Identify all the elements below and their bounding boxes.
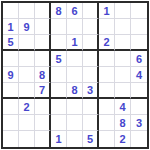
cell-r4c6[interactable] [83, 51, 99, 67]
cell-r1c3[interactable] [35, 3, 51, 19]
cell-r1c4[interactable]: 8 [51, 3, 67, 19]
cell-r1c6[interactable] [83, 3, 99, 19]
cell-r7c8[interactable]: 4 [115, 99, 131, 115]
cell-r2c5[interactable] [67, 19, 83, 35]
cell-r8c2[interactable] [19, 115, 35, 131]
cell-r5c8[interactable] [115, 67, 131, 83]
cell-r6c3[interactable]: 7 [35, 83, 51, 99]
cell-r6c2[interactable] [19, 83, 35, 99]
cell-r3c1[interactable]: 5 [3, 35, 19, 51]
cell-r6c1[interactable] [3, 83, 19, 99]
cell-r7c7[interactable] [99, 99, 115, 115]
cell-r3c2[interactable] [19, 35, 35, 51]
cell-r9c3[interactable] [35, 131, 51, 147]
cell-r8c1[interactable] [3, 115, 19, 131]
cell-r8c8[interactable]: 8 [115, 115, 131, 131]
cell-r5c1[interactable]: 9 [3, 67, 19, 83]
cell-r7c6[interactable] [83, 99, 99, 115]
cell-r1c5[interactable]: 6 [67, 3, 83, 19]
cell-r1c9[interactable] [131, 3, 147, 19]
cell-r2c6[interactable] [83, 19, 99, 35]
cell-r2c2[interactable]: 9 [19, 19, 35, 35]
cell-r2c7[interactable] [99, 19, 115, 35]
cell-r1c8[interactable] [115, 3, 131, 19]
cell-r6c7[interactable] [99, 83, 115, 99]
cell-r9c6[interactable]: 5 [83, 131, 99, 147]
cell-r7c5[interactable] [67, 99, 83, 115]
sudoku-board: 86119512569847832483152 [1, 1, 149, 149]
cell-r6c4[interactable] [51, 83, 67, 99]
cell-r6c5[interactable]: 8 [67, 83, 83, 99]
cell-r7c3[interactable] [35, 99, 51, 115]
cell-r4c2[interactable] [19, 51, 35, 67]
cell-r5c2[interactable] [19, 67, 35, 83]
cell-r9c1[interactable] [3, 131, 19, 147]
cell-r1c1[interactable] [3, 3, 19, 19]
cell-r4c4[interactable]: 5 [51, 51, 67, 67]
cell-r9c4[interactable]: 1 [51, 131, 67, 147]
cell-r4c5[interactable] [67, 51, 83, 67]
cell-r2c9[interactable] [131, 19, 147, 35]
cell-r5c7[interactable] [99, 67, 115, 83]
cell-r6c6[interactable]: 3 [83, 83, 99, 99]
cell-r9c2[interactable] [19, 131, 35, 147]
cell-r5c9[interactable]: 4 [131, 67, 147, 83]
cell-r3c9[interactable] [131, 35, 147, 51]
cell-r3c6[interactable] [83, 35, 99, 51]
cell-r8c3[interactable] [35, 115, 51, 131]
cell-r1c2[interactable] [19, 3, 35, 19]
cell-r9c5[interactable] [67, 131, 83, 147]
cell-r5c4[interactable] [51, 67, 67, 83]
cell-r8c5[interactable] [67, 115, 83, 131]
cell-r3c8[interactable] [115, 35, 131, 51]
cell-r8c4[interactable] [51, 115, 67, 131]
cell-r7c2[interactable]: 2 [19, 99, 35, 115]
cell-r5c5[interactable] [67, 67, 83, 83]
cell-r3c5[interactable]: 1 [67, 35, 83, 51]
cell-r5c6[interactable] [83, 67, 99, 83]
cell-r4c1[interactable] [3, 51, 19, 67]
cell-r9c7[interactable] [99, 131, 115, 147]
cell-r8c9[interactable]: 3 [131, 115, 147, 131]
cell-r4c3[interactable] [35, 51, 51, 67]
cell-r3c3[interactable] [35, 35, 51, 51]
cell-r7c9[interactable] [131, 99, 147, 115]
cell-r2c3[interactable] [35, 19, 51, 35]
cell-r9c8[interactable]: 2 [115, 131, 131, 147]
cell-r6c9[interactable] [131, 83, 147, 99]
cell-r4c7[interactable] [99, 51, 115, 67]
cell-r7c4[interactable] [51, 99, 67, 115]
cell-r2c1[interactable]: 1 [3, 19, 19, 35]
cell-r7c1[interactable] [3, 99, 19, 115]
cell-r5c3[interactable]: 8 [35, 67, 51, 83]
cell-r1c7[interactable]: 1 [99, 3, 115, 19]
cell-r9c9[interactable] [131, 131, 147, 147]
cell-r2c4[interactable] [51, 19, 67, 35]
cell-r4c8[interactable] [115, 51, 131, 67]
cell-r3c7[interactable]: 2 [99, 35, 115, 51]
cell-r6c8[interactable] [115, 83, 131, 99]
cell-r8c6[interactable] [83, 115, 99, 131]
cell-r3c4[interactable] [51, 35, 67, 51]
cell-r8c7[interactable] [99, 115, 115, 131]
cell-r2c8[interactable] [115, 19, 131, 35]
cell-r4c9[interactable]: 6 [131, 51, 147, 67]
